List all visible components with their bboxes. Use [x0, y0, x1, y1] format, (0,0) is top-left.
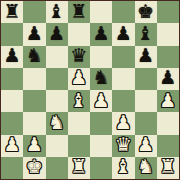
- square-d4[interactable]: ♝: [68, 90, 90, 112]
- square-f7[interactable]: ♟: [112, 23, 134, 45]
- white-queen[interactable]: ♛: [115, 135, 132, 154]
- white-king[interactable]: ♚: [26, 157, 43, 176]
- white-pawn[interactable]: ♟: [26, 135, 43, 154]
- square-e5[interactable]: ♞: [90, 68, 112, 90]
- square-h2[interactable]: [157, 135, 179, 157]
- square-c3[interactable]: ♞: [46, 112, 68, 134]
- square-a8[interactable]: ♜: [1, 1, 23, 23]
- square-e6[interactable]: [90, 46, 112, 68]
- square-f2[interactable]: ♛: [112, 135, 134, 157]
- square-g5[interactable]: [135, 68, 157, 90]
- square-a7[interactable]: [1, 23, 23, 45]
- white-bishop[interactable]: ♝: [70, 91, 87, 110]
- chess-board-frame: ♜♝♜♚♟♟♟♟♝♟♞♛♟♟♞♟♝♟♟♞♟♟♟♛♟♚♜♝♞♜: [0, 0, 180, 180]
- square-e2[interactable]: [90, 135, 112, 157]
- white-pawn[interactable]: ♟: [70, 68, 87, 87]
- white-rook[interactable]: ♜: [70, 157, 87, 176]
- white-pawn[interactable]: ♟: [137, 135, 154, 154]
- white-pawn[interactable]: ♟: [4, 135, 21, 154]
- square-g8[interactable]: ♚: [135, 1, 157, 23]
- square-d8[interactable]: ♜: [68, 1, 90, 23]
- square-b1[interactable]: ♚: [23, 157, 45, 179]
- square-d1[interactable]: ♜: [68, 157, 90, 179]
- square-d7[interactable]: [68, 23, 90, 45]
- square-g4[interactable]: [135, 90, 157, 112]
- square-b8[interactable]: [23, 1, 45, 23]
- square-c5[interactable]: [46, 68, 68, 90]
- square-b2[interactable]: ♟: [23, 135, 45, 157]
- square-b7[interactable]: ♟: [23, 23, 45, 45]
- square-e8[interactable]: [90, 1, 112, 23]
- square-c4[interactable]: [46, 90, 68, 112]
- square-h4[interactable]: ♟: [157, 90, 179, 112]
- square-c6[interactable]: [46, 46, 68, 68]
- square-c2[interactable]: [46, 135, 68, 157]
- square-a3[interactable]: [1, 112, 23, 134]
- black-rook[interactable]: ♜: [4, 2, 21, 21]
- square-c7[interactable]: ♟: [46, 23, 68, 45]
- square-g7[interactable]: ♝: [135, 23, 157, 45]
- square-b6[interactable]: ♞: [23, 46, 45, 68]
- square-h1[interactable]: ♜: [157, 157, 179, 179]
- square-h6[interactable]: [157, 46, 179, 68]
- white-bishop[interactable]: ♝: [115, 157, 132, 176]
- square-f8[interactable]: [112, 1, 134, 23]
- black-pawn[interactable]: ♟: [115, 24, 132, 43]
- black-knight[interactable]: ♞: [26, 46, 43, 65]
- square-d5[interactable]: ♟: [68, 68, 90, 90]
- square-c8[interactable]: ♝: [46, 1, 68, 23]
- black-pawn[interactable]: ♟: [4, 46, 21, 65]
- square-f6[interactable]: [112, 46, 134, 68]
- square-a2[interactable]: ♟: [1, 135, 23, 157]
- black-pawn[interactable]: ♟: [93, 24, 110, 43]
- white-pawn[interactable]: ♟: [93, 91, 110, 110]
- white-rook[interactable]: ♜: [159, 157, 176, 176]
- square-h5[interactable]: ♟: [157, 68, 179, 90]
- square-h7[interactable]: [157, 23, 179, 45]
- black-king[interactable]: ♚: [137, 2, 154, 21]
- square-e7[interactable]: ♟: [90, 23, 112, 45]
- square-f5[interactable]: [112, 68, 134, 90]
- square-a5[interactable]: [1, 68, 23, 90]
- square-f1[interactable]: ♝: [112, 157, 134, 179]
- white-pawn[interactable]: ♟: [159, 91, 176, 110]
- black-bishop[interactable]: ♝: [137, 24, 154, 43]
- black-rook[interactable]: ♜: [70, 2, 87, 21]
- black-knight[interactable]: ♞: [93, 68, 110, 87]
- square-e1[interactable]: [90, 157, 112, 179]
- square-h8[interactable]: [157, 1, 179, 23]
- square-c1[interactable]: [46, 157, 68, 179]
- chess-board: ♜♝♜♚♟♟♟♟♝♟♞♛♟♟♞♟♝♟♟♞♟♟♟♛♟♚♜♝♞♜: [1, 1, 179, 179]
- square-d2[interactable]: [68, 135, 90, 157]
- square-d3[interactable]: [68, 112, 90, 134]
- black-pawn[interactable]: ♟: [137, 46, 154, 65]
- black-pawn[interactable]: ♟: [159, 68, 176, 87]
- black-pawn[interactable]: ♟: [26, 24, 43, 43]
- square-e3[interactable]: [90, 112, 112, 134]
- white-knight[interactable]: ♞: [48, 113, 65, 132]
- square-g1[interactable]: ♞: [135, 157, 157, 179]
- square-d6[interactable]: ♛: [68, 46, 90, 68]
- square-b3[interactable]: [23, 112, 45, 134]
- black-bishop[interactable]: ♝: [48, 2, 65, 21]
- square-g2[interactable]: ♟: [135, 135, 157, 157]
- black-queen[interactable]: ♛: [70, 46, 87, 65]
- square-b5[interactable]: [23, 68, 45, 90]
- square-f3[interactable]: ♟: [112, 112, 134, 134]
- square-a1[interactable]: [1, 157, 23, 179]
- square-g3[interactable]: [135, 112, 157, 134]
- black-pawn[interactable]: ♟: [48, 24, 65, 43]
- square-h3[interactable]: [157, 112, 179, 134]
- square-b4[interactable]: [23, 90, 45, 112]
- white-pawn[interactable]: ♟: [115, 113, 132, 132]
- square-g6[interactable]: ♟: [135, 46, 157, 68]
- square-e4[interactable]: ♟: [90, 90, 112, 112]
- white-knight[interactable]: ♞: [137, 157, 154, 176]
- square-f4[interactable]: [112, 90, 134, 112]
- square-a4[interactable]: [1, 90, 23, 112]
- square-a6[interactable]: ♟: [1, 46, 23, 68]
